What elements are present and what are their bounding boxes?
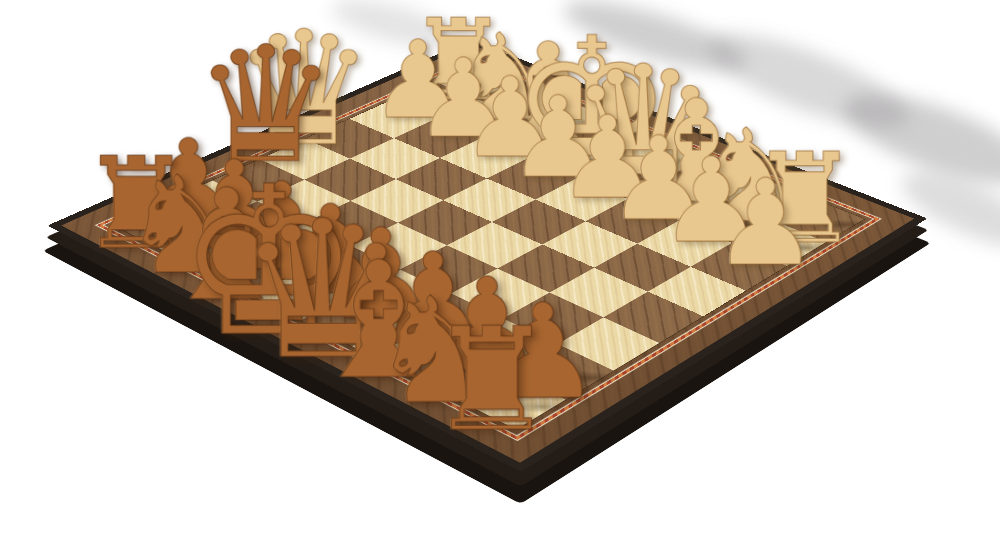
piece-contact-shadow xyxy=(426,98,491,110)
piece-contact-shadow xyxy=(466,80,530,91)
piece-white-rook-h1[interactable]: ♜ xyxy=(408,4,509,117)
square-h3[interactable] xyxy=(349,100,436,138)
board-grid: ♜♞♝♚♛♝♞♜♟♟♟♟♟♟♟♟♟♟♟♟♟♟♟♟♜♞♝♚♛♝♞♜ xyxy=(113,63,864,429)
square-g1[interactable]: ♞ xyxy=(478,81,563,118)
piece-contact-shadow xyxy=(471,117,537,129)
square-e3[interactable] xyxy=(487,157,578,199)
square-h1[interactable]: ♜ xyxy=(434,63,518,99)
piece-white-pawn-d2[interactable]: ♟ xyxy=(557,101,658,215)
piece-contact-shadow xyxy=(557,116,624,128)
piece-contact-shadow xyxy=(564,156,633,169)
square-g2[interactable]: ♟ xyxy=(437,99,524,137)
perspective-container: ♜♞♝♚♛♝♞♜♟♟♟♟♟♟♟♟♟♟♟♟♟♟♟♟♜♞♝♚♛♝♞♜ ♛♛ xyxy=(0,0,1000,540)
piece-black-rook-a8[interactable]: ♜ xyxy=(428,309,555,452)
square-d2[interactable]: ♟ xyxy=(578,157,668,199)
piece-contact-shadow xyxy=(511,98,576,109)
square-f3[interactable] xyxy=(440,138,529,179)
square-a2[interactable]: ♟ xyxy=(732,220,826,266)
piece-white-knight-g1[interactable]: ♞ xyxy=(450,18,557,137)
square-f1[interactable]: ♝ xyxy=(523,99,609,137)
square-h2[interactable]: ♟ xyxy=(392,81,478,118)
square-e1[interactable]: ♚ xyxy=(570,117,657,156)
square-g4[interactable] xyxy=(350,138,440,179)
square-e2[interactable]: ♟ xyxy=(529,137,618,178)
chess-board: ♜♞♝♚♛♝♞♜♟♟♟♟♟♟♟♟♟♟♟♟♟♟♟♟♜♞♝♚♛♝♞♜ ♛♛ xyxy=(47,40,927,472)
piece-contact-shadow xyxy=(517,136,585,148)
chess-set-product-photo: ♜♞♝♚♛♝♞♜♟♟♟♟♟♟♟♟♟♟♟♟♟♟♟♟♜♞♝♚♛♝♞♜ ♛♛ xyxy=(0,0,1000,540)
piece-white-pawn-f2[interactable]: ♟ xyxy=(461,63,560,173)
square-a8[interactable]: ♜ xyxy=(460,372,566,430)
piece-white-pawn-g2[interactable]: ♟ xyxy=(415,44,512,153)
square-g3[interactable] xyxy=(394,118,482,158)
piece-white-pawn-e2[interactable]: ♟ xyxy=(508,82,608,194)
piece-white-king-e1[interactable]: ♚ xyxy=(510,13,672,195)
piece-white-pawn-h2[interactable]: ♟ xyxy=(370,26,466,133)
square-f4[interactable] xyxy=(396,158,487,200)
piece-white-bishop-f1[interactable]: ♝ xyxy=(488,25,609,161)
square-d3[interactable] xyxy=(536,178,628,221)
board-perspective-wrap: ♜♞♝♚♛♝♞♜♟♟♟♟♟♟♟♟♟♟♟♟♟♟♟♟♜♞♝♚♛♝♞♜ ♛♛ xyxy=(47,40,927,472)
square-f2[interactable]: ♟ xyxy=(482,118,570,158)
square-e4[interactable] xyxy=(443,178,535,222)
